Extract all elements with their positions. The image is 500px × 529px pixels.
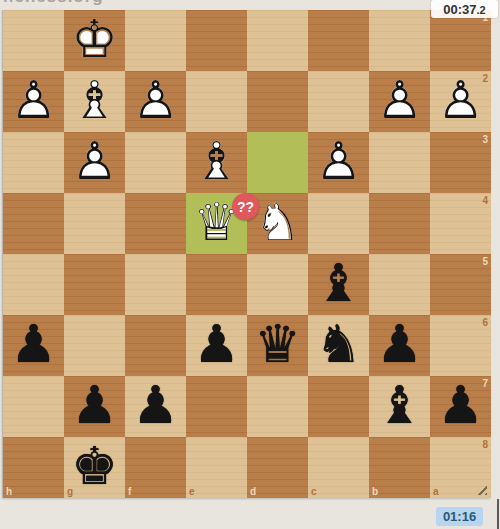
piece-white-pawn[interactable]: ♟♙ [308, 132, 369, 193]
piece-outline: ♙ [369, 71, 430, 132]
site-header-cropped: lichess.org [3, 0, 143, 9]
square-a8[interactable]: 8a [430, 437, 491, 498]
piece-black-queen[interactable]: ♛ [247, 315, 308, 376]
file-label-b: b [372, 486, 378, 497]
piece-black-king[interactable]: ♚ [64, 437, 125, 498]
piece-outline: ♙ [3, 71, 64, 132]
square-f2[interactable]: ♟♙ [125, 71, 186, 132]
clock-white: 00:37.2 [431, 0, 498, 18]
square-d1[interactable] [247, 10, 308, 71]
square-h7[interactable] [3, 376, 64, 437]
rank-label-2: 2 [482, 73, 488, 84]
square-e3[interactable]: ♝♗ [186, 132, 247, 193]
square-b5[interactable] [369, 254, 430, 315]
piece-white-bishop[interactable]: ♝♗ [64, 71, 125, 132]
piece-black-bishop[interactable]: ♝ [369, 376, 430, 437]
square-h1[interactable] [3, 10, 64, 71]
clock-black: 01:16 [436, 507, 483, 526]
rank-label-4: 4 [482, 195, 488, 206]
window-edge [497, 499, 499, 529]
square-d2[interactable] [247, 71, 308, 132]
rank-label-8: 8 [482, 439, 488, 450]
square-d6[interactable]: ♛ [247, 315, 308, 376]
file-label-d: d [250, 486, 256, 497]
piece-outline: ♙ [125, 71, 186, 132]
square-e2[interactable] [186, 71, 247, 132]
square-f5[interactable] [125, 254, 186, 315]
square-e6[interactable]: ♟ [186, 315, 247, 376]
square-h8[interactable]: h [3, 437, 64, 498]
square-a4[interactable]: 4 [430, 193, 491, 254]
rank-label-3: 3 [482, 134, 488, 145]
square-e1[interactable] [186, 10, 247, 71]
clock-white-tenths: .2 [477, 4, 486, 16]
square-f1[interactable] [125, 10, 186, 71]
piece-outline: ♙ [64, 132, 125, 193]
piece-glyph: ♛ [247, 315, 308, 376]
board-resize-handle[interactable] [474, 482, 487, 495]
piece-glyph: ♝ [308, 254, 369, 315]
piece-outline: ♔ [64, 10, 125, 71]
square-b8[interactable]: b [369, 437, 430, 498]
square-c1[interactable] [308, 10, 369, 71]
square-b6[interactable]: ♟ [369, 315, 430, 376]
square-g1[interactable]: ♚♔ [64, 10, 125, 71]
piece-glyph: ♟ [186, 315, 247, 376]
square-a1[interactable]: 1 [430, 10, 491, 71]
square-a7[interactable]: ♟7 [430, 376, 491, 437]
file-label-c: c [311, 486, 317, 497]
square-h6[interactable]: ♟ [3, 315, 64, 376]
piece-black-bishop[interactable]: ♝ [308, 254, 369, 315]
piece-outline: ♙ [308, 132, 369, 193]
piece-glyph: ♟ [64, 376, 125, 437]
blunder-annotation-badge: ?? [232, 193, 259, 220]
square-b4[interactable] [369, 193, 430, 254]
piece-white-pawn[interactable]: ♟♙ [125, 71, 186, 132]
square-f3[interactable] [125, 132, 186, 193]
square-b1[interactable] [369, 10, 430, 71]
clock-black-time: 01:16 [443, 509, 476, 524]
file-label-h: h [6, 486, 12, 497]
piece-black-pawn[interactable]: ♟ [64, 376, 125, 437]
piece-black-pawn[interactable]: ♟ [3, 315, 64, 376]
square-h4[interactable] [3, 193, 64, 254]
square-g8[interactable]: ♚g [64, 437, 125, 498]
piece-white-king[interactable]: ♚♔ [64, 10, 125, 71]
rank-label-5: 5 [482, 256, 488, 267]
square-a2[interactable]: ♟♙2 [430, 71, 491, 132]
square-g2[interactable]: ♝♗ [64, 71, 125, 132]
site-logo-text: lichess.org [3, 0, 143, 7]
square-f4[interactable] [125, 193, 186, 254]
square-e4[interactable]: ♛♕?? [186, 193, 247, 254]
square-d7[interactable] [247, 376, 308, 437]
rank-label-6: 6 [482, 317, 488, 328]
square-c2[interactable] [308, 71, 369, 132]
square-f8[interactable]: f [125, 437, 186, 498]
clock-white-time: 00:37 [443, 2, 476, 17]
file-label-e: e [189, 486, 195, 497]
square-d5[interactable] [247, 254, 308, 315]
square-c7[interactable] [308, 376, 369, 437]
square-e8[interactable]: e [186, 437, 247, 498]
piece-glyph: ♝ [369, 376, 430, 437]
piece-glyph: ♟ [369, 315, 430, 376]
square-h2[interactable]: ♟♙ [3, 71, 64, 132]
square-g7[interactable]: ♟ [64, 376, 125, 437]
square-e5[interactable] [186, 254, 247, 315]
rank-label-7: 7 [482, 378, 488, 389]
file-label-f: f [128, 486, 131, 497]
piece-white-bishop[interactable]: ♝♗ [186, 132, 247, 193]
square-c6[interactable]: ♞ [308, 315, 369, 376]
square-g6[interactable] [64, 315, 125, 376]
file-label-a: a [433, 486, 439, 497]
square-a5[interactable]: 5 [430, 254, 491, 315]
piece-white-pawn[interactable]: ♟♙ [369, 71, 430, 132]
square-c8[interactable]: c [308, 437, 369, 498]
piece-glyph: ♚ [64, 437, 125, 498]
piece-black-pawn[interactable]: ♟ [186, 315, 247, 376]
square-d3[interactable] [247, 132, 308, 193]
piece-outline: ♗ [186, 132, 247, 193]
square-c3[interactable]: ♟♙ [308, 132, 369, 193]
square-b3[interactable] [369, 132, 430, 193]
square-h5[interactable] [3, 254, 64, 315]
piece-black-pawn[interactable]: ♟ [369, 315, 430, 376]
square-c4[interactable] [308, 193, 369, 254]
square-f7[interactable]: ♟ [125, 376, 186, 437]
file-label-g: g [67, 486, 73, 497]
square-g4[interactable] [64, 193, 125, 254]
piece-white-pawn[interactable]: ♟♙ [3, 71, 64, 132]
square-a6[interactable]: 6 [430, 315, 491, 376]
square-g5[interactable] [64, 254, 125, 315]
square-b7[interactable]: ♝ [369, 376, 430, 437]
chess-board[interactable]: ♚♔1♟♙♝♗♟♙♟♙♟♙2♟♙♝♗♟♙3♛♕??♞♘4♝5♟♟♛♞♟6♟♟♝♟… [2, 10, 490, 498]
piece-outline: ♗ [64, 71, 125, 132]
square-h3[interactable] [3, 132, 64, 193]
piece-white-pawn[interactable]: ♟♙ [64, 132, 125, 193]
square-f6[interactable] [125, 315, 186, 376]
piece-black-knight[interactable]: ♞ [308, 315, 369, 376]
piece-glyph: ♞ [308, 315, 369, 376]
square-c5[interactable]: ♝ [308, 254, 369, 315]
piece-glyph: ♟ [125, 376, 186, 437]
square-g3[interactable]: ♟♙ [64, 132, 125, 193]
square-e7[interactable] [186, 376, 247, 437]
square-a3[interactable]: 3 [430, 132, 491, 193]
square-d8[interactable]: d [247, 437, 308, 498]
piece-black-pawn[interactable]: ♟ [125, 376, 186, 437]
piece-glyph: ♟ [3, 315, 64, 376]
square-b2[interactable]: ♟♙ [369, 71, 430, 132]
